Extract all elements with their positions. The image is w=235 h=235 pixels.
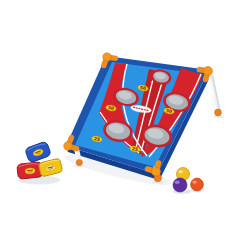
score-text: 25 xyxy=(94,136,101,142)
balls xyxy=(173,167,203,192)
ball-orange xyxy=(191,178,204,191)
leg-foot xyxy=(76,159,82,165)
score-text: 50 xyxy=(140,85,147,91)
leg-foot xyxy=(215,109,222,116)
bean-bag-blue xyxy=(25,141,52,163)
product-photo: 50 30 30 25 25 xyxy=(0,0,235,235)
rear-right-leg xyxy=(209,74,222,116)
score-text: 30 xyxy=(108,105,115,111)
ball-purple xyxy=(173,178,187,192)
score-text: 25 xyxy=(132,146,139,152)
score-text: 30 xyxy=(166,108,173,114)
bean-bag-yellow xyxy=(38,158,63,177)
bean-bags xyxy=(17,141,63,179)
